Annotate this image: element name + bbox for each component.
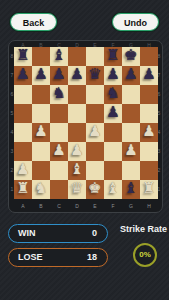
piece-white-bishop: ♝ <box>104 177 122 199</box>
square-c5[interactable] <box>50 104 68 123</box>
file-label-e: E <box>86 203 104 209</box>
square-c1[interactable] <box>50 180 68 199</box>
piece-white-pawn: ♟ <box>68 139 86 161</box>
square-f8[interactable]: ♜ <box>104 47 122 66</box>
file-label-c: C <box>50 203 68 209</box>
square-a8[interactable]: ♜ <box>14 47 32 66</box>
square-b8[interactable] <box>32 47 50 66</box>
square-a7[interactable]: ♟ <box>14 66 32 85</box>
piece-white-queen: ♛ <box>68 177 86 199</box>
square-g8[interactable]: ♚ <box>122 47 140 66</box>
piece-white-king: ♚ <box>86 177 104 199</box>
square-b7[interactable]: ♟ <box>32 66 50 85</box>
square-a2[interactable]: ♟ <box>14 161 32 180</box>
piece-white-rook: ♜ <box>14 177 32 199</box>
win-value: 0 <box>92 225 97 242</box>
file-label-h: H <box>140 203 158 209</box>
piece-black-pawn: ♟ <box>104 101 122 123</box>
square-a3[interactable] <box>14 142 32 161</box>
lose-counter: LOSE 18 <box>8 248 108 267</box>
square-g4[interactable] <box>122 123 140 142</box>
square-e3[interactable] <box>86 142 104 161</box>
square-g3[interactable]: ♟ <box>122 142 140 161</box>
piece-black-pawn: ♟ <box>68 63 86 85</box>
square-d6[interactable] <box>68 85 86 104</box>
square-d2[interactable]: ♝ <box>68 161 86 180</box>
square-b6[interactable] <box>32 85 50 104</box>
piece-black-bishop: ♝ <box>50 44 68 66</box>
square-c2[interactable] <box>50 161 68 180</box>
file-label-b: B <box>32 203 50 209</box>
piece-black-rook: ♜ <box>14 44 32 66</box>
lose-value: 18 <box>87 249 97 266</box>
square-h1[interactable]: ♜ <box>140 180 158 199</box>
piece-white-rook: ♜ <box>140 177 158 199</box>
file-label-d: D <box>68 203 86 209</box>
piece-white-pawn: ♟ <box>32 120 50 142</box>
square-d4[interactable] <box>68 123 86 142</box>
piece-white-pawn: ♟ <box>14 158 32 180</box>
piece-white-pawn: ♟ <box>122 139 140 161</box>
piece-black-pawn: ♟ <box>104 63 122 85</box>
square-g6[interactable] <box>122 85 140 104</box>
file-labels-bottom: ABCDEFGH <box>14 203 158 209</box>
square-f4[interactable] <box>104 123 122 142</box>
piece-black-rook: ♜ <box>104 44 122 66</box>
square-g2[interactable] <box>122 161 140 180</box>
piece-black-queen: ♛ <box>86 63 104 85</box>
square-h2[interactable] <box>140 161 158 180</box>
strike-rate-label: Strike Rate <box>118 224 169 234</box>
square-f2[interactable] <box>104 161 122 180</box>
win-counter: WIN 0 <box>8 224 108 243</box>
piece-black-pawn: ♟ <box>50 63 68 85</box>
square-a6[interactable] <box>14 85 32 104</box>
piece-black-pawn: ♟ <box>14 63 32 85</box>
back-button[interactable]: Back <box>10 13 57 31</box>
square-e5[interactable] <box>86 104 104 123</box>
square-g7[interactable]: ♟ <box>122 66 140 85</box>
piece-black-king: ♚ <box>122 44 140 66</box>
chess-board-frame: ABCDEFGH 87654321 87654321 ♜♝♜♚♟♟♟♟♛♟♟♟♞… <box>8 40 163 213</box>
square-a4[interactable] <box>14 123 32 142</box>
piece-white-pawn: ♟ <box>50 139 68 161</box>
square-f5[interactable]: ♟ <box>104 104 122 123</box>
file-label-f: F <box>104 203 122 209</box>
piece-black-pawn: ♟ <box>122 63 140 85</box>
square-h8[interactable] <box>140 47 158 66</box>
piece-white-knight: ♞ <box>32 177 50 199</box>
square-c6[interactable]: ♞ <box>50 85 68 104</box>
file-label-a: A <box>14 203 32 209</box>
square-e8[interactable] <box>86 47 104 66</box>
square-d1[interactable]: ♛ <box>68 180 86 199</box>
square-e7[interactable]: ♛ <box>86 66 104 85</box>
square-f7[interactable]: ♟ <box>104 66 122 85</box>
square-d7[interactable]: ♟ <box>68 66 86 85</box>
square-b2[interactable] <box>32 161 50 180</box>
square-e4[interactable]: ♟ <box>86 123 104 142</box>
square-b5[interactable] <box>32 104 50 123</box>
lose-label: LOSE <box>18 249 43 266</box>
square-a1[interactable]: ♜ <box>14 180 32 199</box>
piece-black-pawn: ♟ <box>32 63 50 85</box>
square-f1[interactable]: ♝ <box>104 180 122 199</box>
square-d8[interactable] <box>68 47 86 66</box>
square-e2[interactable] <box>86 161 104 180</box>
square-h4[interactable]: ♟ <box>140 123 158 142</box>
square-g1[interactable]: ♝ <box>122 180 140 199</box>
square-d3[interactable]: ♟ <box>68 142 86 161</box>
square-b3[interactable] <box>32 142 50 161</box>
piece-white-bishop: ♝ <box>68 158 86 180</box>
piece-white-pawn: ♟ <box>86 120 104 142</box>
square-h7[interactable]: ♟ <box>140 66 158 85</box>
piece-white-pawn: ♟ <box>140 120 158 142</box>
square-h6[interactable] <box>140 85 158 104</box>
file-label-g: G <box>122 203 140 209</box>
square-e6[interactable] <box>86 85 104 104</box>
square-a5[interactable] <box>14 104 32 123</box>
square-g5[interactable] <box>122 104 140 123</box>
square-c7[interactable]: ♟ <box>50 66 68 85</box>
strike-rate-badge: 0% <box>133 243 157 267</box>
piece-black-bishop: ♝ <box>122 177 140 199</box>
square-b4[interactable]: ♟ <box>32 123 50 142</box>
square-d5[interactable] <box>68 104 86 123</box>
square-b1[interactable]: ♞ <box>32 180 50 199</box>
piece-black-knight: ♞ <box>104 82 122 104</box>
square-f6[interactable]: ♞ <box>104 85 122 104</box>
win-label: WIN <box>18 225 36 242</box>
square-h5[interactable] <box>140 104 158 123</box>
square-c8[interactable]: ♝ <box>50 47 68 66</box>
square-e1[interactable]: ♚ <box>86 180 104 199</box>
square-h3[interactable] <box>140 142 158 161</box>
top-bar: Back Undo <box>0 13 169 33</box>
piece-black-pawn: ♟ <box>140 63 158 85</box>
square-f3[interactable] <box>104 142 122 161</box>
undo-button[interactable]: Undo <box>112 13 159 31</box>
square-c4[interactable] <box>50 123 68 142</box>
chess-board: ♜♝♜♚♟♟♟♟♛♟♟♟♞♞♟♟♟♟♟♟♟♟♝♜♞♛♚♝♝♜ <box>14 47 158 199</box>
square-c3[interactable]: ♟ <box>50 142 68 161</box>
piece-black-knight: ♞ <box>50 82 68 104</box>
